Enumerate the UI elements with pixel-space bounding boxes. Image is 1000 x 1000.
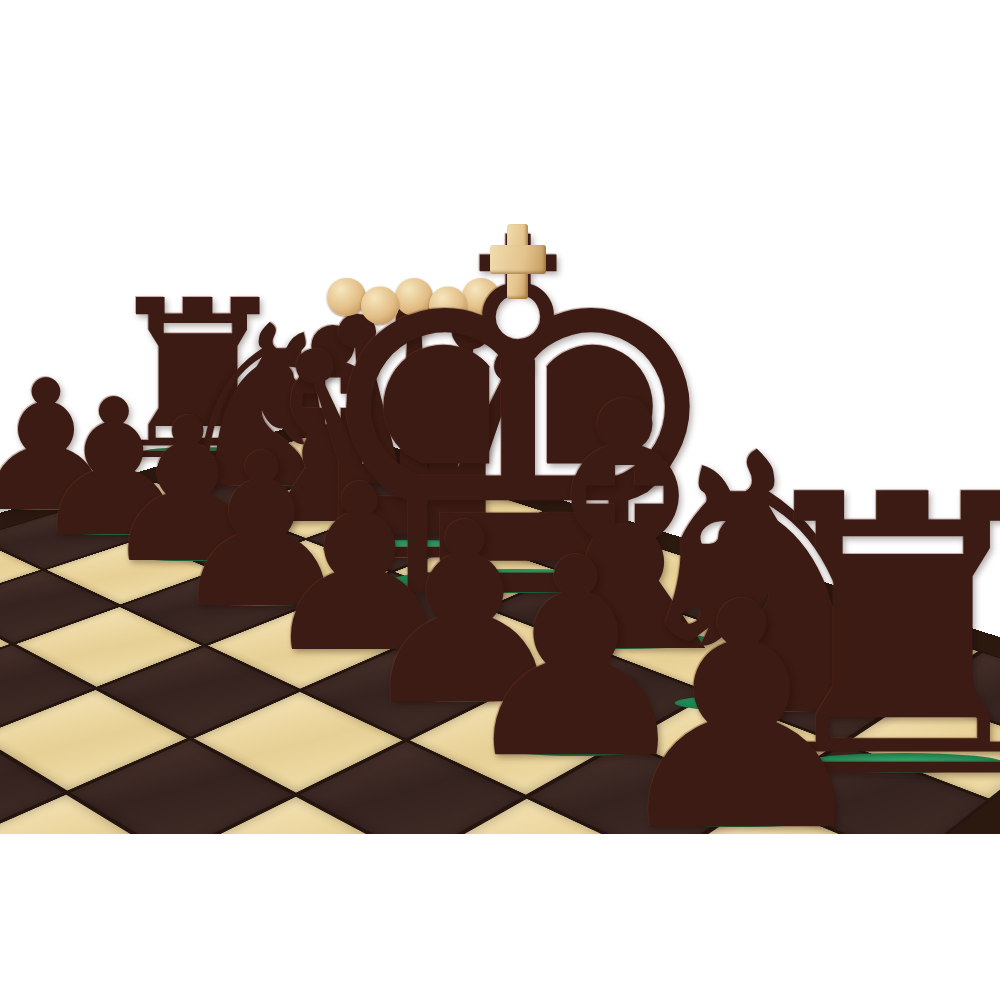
king-finial-cross bbox=[273, 224, 763, 299]
photo-bottom-whitespace bbox=[0, 834, 1000, 1000]
cross-horizontal-bar bbox=[490, 245, 547, 274]
cream-cross bbox=[487, 224, 549, 299]
black-pawn-glyph: ♟ bbox=[586, 562, 898, 874]
piece-black-pawn-h7[interactable]: ♟ bbox=[586, 562, 898, 874]
product-photo-stage: ♜♞♝♛♚♝♞♜♟♟♟♟♟♟♟♟ bbox=[0, 0, 1000, 1000]
